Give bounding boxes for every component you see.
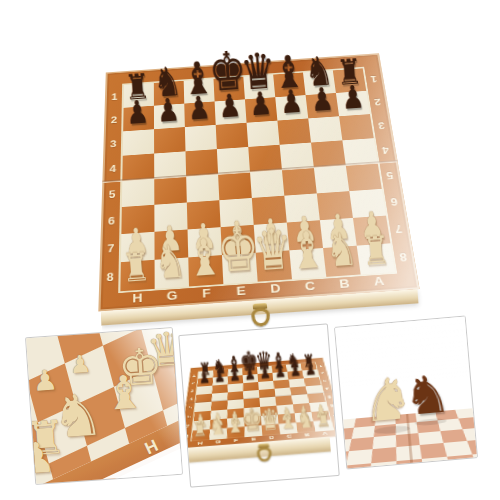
rank-label: 1 bbox=[106, 91, 123, 102]
light-piece-glyph: ♝ bbox=[102, 368, 146, 417]
brass-clasp bbox=[249, 303, 270, 324]
dark-piece-glyph: ♟ bbox=[187, 91, 211, 124]
thumbnail-pieces-layer: ♞♞ bbox=[335, 317, 465, 328]
dark-piece-glyph: ♟ bbox=[229, 367, 241, 384]
rank-label-mirrored: 3 bbox=[320, 378, 330, 382]
light-piece-glyph: ♜ bbox=[315, 409, 331, 431]
brass-clasp bbox=[255, 443, 271, 459]
dark-piece-glyph: ♟ bbox=[244, 366, 256, 383]
chess-piece: ♜ bbox=[120, 260, 154, 291]
file-label: H bbox=[191, 440, 209, 446]
rank-label: 5 bbox=[103, 188, 121, 201]
chess-piece: ♟ bbox=[213, 377, 228, 386]
rank-label-mirrored: 7 bbox=[388, 222, 409, 235]
light-piece-glyph: ♟ bbox=[25, 437, 57, 482]
chess-piece: ♟ bbox=[245, 97, 277, 123]
chess-piece: ♝ bbox=[279, 423, 298, 434]
board-front-edge bbox=[100, 289, 418, 325]
rank-label-mirrored: 8 bbox=[332, 422, 340, 427]
brass-clasp-loop bbox=[250, 307, 270, 327]
chess-piece: ♟ bbox=[272, 372, 288, 381]
rank-label: 4 bbox=[104, 163, 122, 175]
dark-piece-glyph: ♟ bbox=[248, 87, 272, 120]
dark-piece-glyph: ♟ bbox=[259, 364, 271, 381]
rank-label-mirrored: 4 bbox=[322, 386, 332, 390]
chess-set-product-photo: 1122334455667788HGFEDCBA♜♞♝♚♛♝♞♜♟♟♟♟♟♟♟♟… bbox=[0, 0, 500, 500]
thumbnail-closeup-light-pieces: HGFE ♟♟♚♛♝♞♜♟ bbox=[25, 327, 183, 485]
dark-piece-glyph: ♟ bbox=[310, 83, 334, 116]
chess-piece: ♜ bbox=[313, 420, 333, 431]
chess-piece: ♟ bbox=[243, 374, 258, 383]
dark-piece-glyph: ♟ bbox=[289, 362, 301, 379]
light-piece-glyph: ♞ bbox=[153, 239, 188, 286]
chess-piece: ♟ bbox=[287, 371, 303, 380]
rank-label: 2 bbox=[105, 114, 122, 126]
chess-piece: ♜ bbox=[357, 243, 395, 274]
chess-piece: ♟ bbox=[123, 106, 154, 132]
file-label: A bbox=[361, 273, 398, 289]
rank-label: 6 bbox=[102, 215, 121, 228]
dark-piece-glyph: ♟ bbox=[198, 369, 210, 386]
rank-label-mirrored: 5 bbox=[380, 169, 400, 182]
light-piece-glyph: ♞ bbox=[324, 227, 359, 274]
rank-label-mirrored: 6 bbox=[384, 195, 404, 208]
thumbnail-two-knights: ♞♞ bbox=[334, 316, 478, 470]
light-piece-glyph: ♜ bbox=[121, 247, 151, 289]
rank-label-mirrored: 4 bbox=[376, 144, 396, 156]
chess-piece: ♞ bbox=[323, 246, 361, 277]
dark-piece-glyph: ♞ bbox=[402, 367, 453, 423]
chess-piece: ♟ bbox=[154, 104, 185, 130]
chess-piece: ♟ bbox=[336, 91, 370, 116]
thumbnail-full-set: 1122334455667788HGFEDCBA♜♞♝♚♛♝♞♜♟♟♟♟♟♟♟♟… bbox=[178, 323, 340, 487]
rank-label-mirrored: 8 bbox=[393, 250, 414, 264]
rank-label-mirrored: 1 bbox=[316, 364, 325, 368]
dark-piece-glyph: ♟ bbox=[213, 368, 225, 385]
chess-board: 1122334455667788HGFEDCBA♜♞♝♚♛♝♞♜♟♟♟♟♟♟♟♟… bbox=[98, 53, 419, 311]
file-label: F bbox=[227, 437, 245, 443]
rank-label: 2 bbox=[189, 381, 198, 385]
chess-piece: ♟ bbox=[302, 370, 319, 379]
mini-board-scene: 1122334455667788HGFEDCBA♜♞♝♚♛♝♞♜♟♟♟♟♟♟♟♟… bbox=[180, 323, 339, 477]
file-label: F bbox=[189, 285, 224, 301]
pieces-layer: ♜♞♝♚♛♝♞♜♟♟♟♟♟♟♟♟♟♟♟♟♟♟♟♟♜♞♝♚♛♝♞♜ bbox=[120, 68, 395, 291]
dark-piece-glyph: ♟ bbox=[125, 96, 149, 129]
dark-piece-glyph: ♟ bbox=[274, 363, 286, 380]
light-piece-glyph: ♝ bbox=[288, 224, 327, 277]
rank-label-mirrored: 1 bbox=[365, 73, 384, 84]
light-piece-glyph: ♟ bbox=[68, 352, 91, 377]
mini-board-wrapper: 1122334455667788HGFEDCBA♜♞♝♚♛♝♞♜♟♟♟♟♟♟♟♟… bbox=[180, 323, 339, 477]
mini-chess-board: 1122334455667788HGFEDCBA♜♞♝♚♛♝♞♜♟♟♟♟♟♟♟♟… bbox=[180, 358, 340, 449]
chess-piece: ♚ bbox=[222, 253, 258, 284]
chess-piece: ♟ bbox=[275, 95, 308, 120]
chess-piece: ♛ bbox=[256, 250, 292, 281]
dark-piece-glyph: ♟ bbox=[156, 93, 180, 126]
brass-clasp-loop bbox=[256, 447, 271, 462]
rank-label: 7 bbox=[101, 242, 120, 256]
rank-label: 1 bbox=[190, 374, 199, 378]
rank-label-mirrored: 2 bbox=[368, 96, 387, 107]
light-piece-glyph: ♜ bbox=[192, 418, 208, 440]
dark-piece-glyph: ♟ bbox=[304, 361, 316, 378]
chess-piece: ♜ bbox=[192, 429, 210, 441]
rank-label-mirrored: 2 bbox=[318, 371, 327, 375]
dark-piece-glyph: ♟ bbox=[218, 89, 242, 122]
rank-label: 8 bbox=[100, 270, 119, 284]
file-label: D bbox=[262, 434, 280, 440]
chess-piece: ♟ bbox=[215, 99, 247, 125]
file-label: E bbox=[245, 436, 263, 442]
light-piece-glyph: ♞ bbox=[296, 407, 314, 431]
chess-piece: ♟ bbox=[184, 101, 215, 127]
dark-piece-glyph: ♟ bbox=[279, 85, 303, 118]
light-piece-glyph: ♝ bbox=[278, 406, 298, 433]
rank-label-mirrored: 3 bbox=[372, 120, 391, 132]
rank-label: 8 bbox=[181, 434, 191, 439]
light-piece-glyph: ♞ bbox=[208, 414, 226, 438]
light-piece-glyph: ♛ bbox=[145, 327, 183, 374]
chess-piece: ♝ bbox=[289, 248, 326, 279]
chess-piece: ♞ bbox=[155, 257, 189, 288]
file-label: G bbox=[155, 287, 190, 303]
main-photo: 1122334455667788HGFEDCBA♜♞♝♚♛♝♞♜♟♟♟♟♟♟♟♟… bbox=[92, 14, 408, 330]
chess-piece: ♟ bbox=[306, 93, 340, 118]
rank-label: 3 bbox=[104, 138, 122, 150]
file-label: E bbox=[223, 283, 258, 299]
board-perspective-scene: 1122334455667788HGFEDCBA♜♞♝♚♛♝♞♜♟♟♟♟♟♟♟♟… bbox=[92, 14, 408, 330]
light-piece-glyph: ♜ bbox=[361, 230, 391, 272]
dark-piece-glyph: ♟ bbox=[341, 80, 365, 113]
